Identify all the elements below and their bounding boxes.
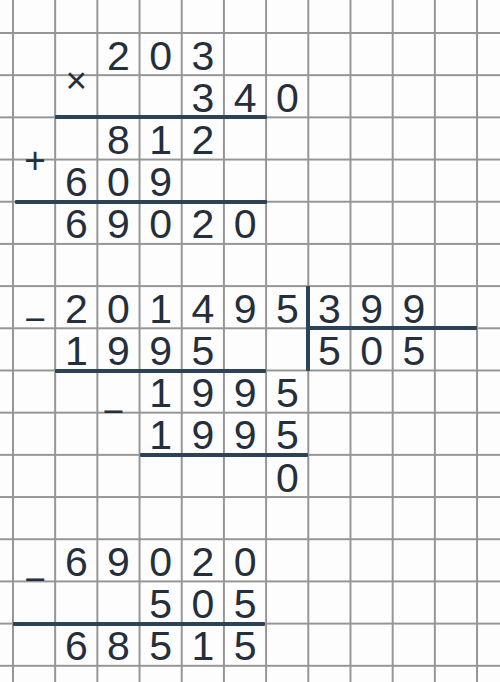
digit-cell-1: 1 [55, 330, 97, 372]
digit-cell-8: 8 [97, 626, 139, 668]
digit-cell-6: 6 [55, 204, 97, 246]
digit-cell-0: 0 [266, 457, 308, 499]
digit-cell-4: 4 [224, 77, 266, 119]
digit-cell-0: 0 [97, 162, 139, 204]
digit-cell-2: 2 [182, 204, 224, 246]
digit-cell-0: 0 [266, 77, 308, 119]
digit-cell-0: 0 [140, 35, 182, 77]
multiplication-underline [55, 115, 267, 119]
digit-cell-5: 5 [266, 373, 308, 415]
digit-cell-0: 0 [182, 584, 224, 626]
digit-cell-9: 9 [182, 415, 224, 457]
digit-cell-9: 9 [351, 288, 393, 330]
division-step1-underline [55, 369, 266, 373]
digit-cell-9: 9 [393, 288, 435, 330]
digit-cell-1: 1 [140, 119, 182, 161]
digit-cell-9: 9 [97, 330, 139, 372]
subtraction-underline [13, 622, 265, 626]
digit-cell-4: 4 [182, 288, 224, 330]
digit-cell-5: 5 [224, 626, 266, 668]
digit-cell-3: 3 [308, 288, 350, 330]
digit-cell-9: 9 [224, 415, 266, 457]
digit-cell-0: 0 [351, 330, 393, 372]
digit-cell-6: 6 [55, 162, 97, 204]
digit-cell-5: 5 [266, 415, 308, 457]
digit-cell-9: 9 [140, 330, 182, 372]
digit-cell-2: 2 [97, 35, 139, 77]
digit-cell-9: 9 [182, 373, 224, 415]
digit-cell-9: 9 [224, 373, 266, 415]
digit-cell-1: 1 [182, 626, 224, 668]
digit-cell-3: 3 [182, 77, 224, 119]
digit-cell-1: 1 [140, 288, 182, 330]
digit-cell-3: 3 [182, 35, 224, 77]
digit-cell-5: 5 [140, 626, 182, 668]
digit-cell-5: 5 [224, 584, 266, 626]
digit-cell-5: 5 [182, 330, 224, 372]
operator-sign: − [14, 299, 56, 341]
digit-cell-6: 6 [55, 626, 97, 668]
digit-cell-0: 0 [140, 541, 182, 583]
digit-cell-8: 8 [97, 119, 139, 161]
product-sum-underline [15, 200, 267, 204]
digit-cell-9: 9 [97, 204, 139, 246]
digit-cell-5: 5 [140, 584, 182, 626]
operator-sign: − [92, 390, 134, 432]
digit-cell-9: 9 [224, 288, 266, 330]
digit-cell-2: 2 [182, 541, 224, 583]
digit-cell-0: 0 [224, 204, 266, 246]
digit-cell-0: 0 [140, 204, 182, 246]
digit-cell-0: 0 [97, 288, 139, 330]
digit-cell-0: 0 [224, 541, 266, 583]
digit-cell-1: 1 [140, 373, 182, 415]
digit-cell-2: 2 [55, 288, 97, 330]
digit-cell-5: 5 [393, 330, 435, 372]
digit-cell-1: 1 [140, 415, 182, 457]
division-bracket [306, 286, 310, 370]
digit-cell-9: 9 [97, 541, 139, 583]
operator-sign: + [14, 140, 56, 182]
operator-sign: − [14, 558, 56, 600]
divisor-quotient-underline [308, 326, 477, 330]
squared-paper-worksheet: 203×340812+60969020−2014953991995505−199… [0, 0, 500, 682]
digit-cell-5: 5 [266, 288, 308, 330]
division-step2-underline [140, 453, 309, 457]
digit-cell-2: 2 [182, 119, 224, 161]
digit-cell-6: 6 [55, 541, 97, 583]
digit-cell-9: 9 [140, 162, 182, 204]
digit-cell-5: 5 [308, 330, 350, 372]
operator-sign: × [55, 59, 97, 101]
